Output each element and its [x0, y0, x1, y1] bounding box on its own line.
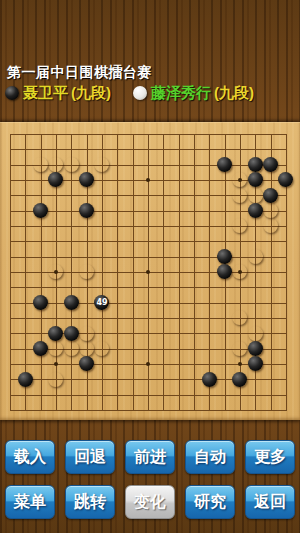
go-board[interactable]: 49 [0, 122, 300, 420]
stone-white [94, 157, 109, 172]
undo-button[interactable]: 回退 [65, 440, 115, 474]
stone-black [263, 157, 278, 172]
star-point [238, 362, 242, 366]
stone-white [248, 326, 263, 341]
stone-black [33, 295, 48, 310]
app-screen: 第一届中日围棋擂台赛 聂卫平 (九段) 藤泽秀行 (九段) 49 载入 回退 前… [0, 0, 300, 533]
stone-black [33, 341, 48, 356]
move-number-label: 49 [94, 295, 109, 310]
white-stone-icon [133, 86, 147, 100]
stone-black [248, 356, 263, 371]
black-player-rank: (九段) [71, 84, 111, 103]
stone-black [232, 372, 247, 387]
study-button[interactable]: 研究 [185, 485, 235, 519]
stone-black [79, 203, 94, 218]
star-point [146, 178, 150, 182]
stone-black [48, 172, 63, 187]
stone-white [64, 341, 79, 356]
stone-white [263, 203, 278, 218]
stone-white [232, 341, 247, 356]
players-bar: 聂卫平 (九段) 藤泽秀行 (九段) [5, 84, 254, 102]
stone-white [248, 249, 263, 264]
star-point [54, 362, 58, 366]
stone-white [232, 172, 247, 187]
stone-white [232, 310, 247, 325]
auto-button[interactable]: 自动 [185, 440, 235, 474]
stone-black [217, 264, 232, 279]
load-button[interactable]: 载入 [5, 440, 55, 474]
stone-black [33, 203, 48, 218]
more-button[interactable]: 更多 [245, 440, 295, 474]
toolbar-row-2: 菜单 跳转 变化 研究 返回 [0, 485, 300, 519]
stone-white [48, 372, 63, 387]
stone-white [263, 218, 278, 233]
stone-black [18, 372, 33, 387]
stone-black [48, 326, 63, 341]
stone-black [217, 157, 232, 172]
white-player-name: 藤泽秀行 [151, 84, 211, 103]
stone-black [79, 172, 94, 187]
stone-black [248, 203, 263, 218]
menu-button[interactable]: 菜单 [5, 485, 55, 519]
back-button[interactable]: 返回 [245, 485, 295, 519]
stone-black [278, 172, 293, 187]
stone-black [248, 157, 263, 172]
stone-black [248, 172, 263, 187]
stone-black [202, 372, 217, 387]
stone-black [217, 249, 232, 264]
match-title: 第一届中日围棋擂台赛 [7, 64, 152, 82]
black-stone-icon [5, 86, 19, 100]
stone-white [64, 157, 79, 172]
forward-button[interactable]: 前进 [125, 440, 175, 474]
stone-black [248, 341, 263, 356]
stone-white [248, 188, 263, 203]
stone-black [64, 326, 79, 341]
star-point [146, 270, 150, 274]
stone-white [33, 157, 48, 172]
stone-white [48, 341, 63, 356]
stone-white [232, 264, 247, 279]
stone-white [94, 341, 109, 356]
stone-black [64, 295, 79, 310]
stone-white [232, 218, 247, 233]
stone-white [79, 264, 94, 279]
white-player-rank: (九段) [214, 84, 254, 103]
stone-white [48, 157, 63, 172]
stone-black [79, 356, 94, 371]
stone-white [79, 326, 94, 341]
stone-black [263, 188, 278, 203]
stone-white [48, 264, 63, 279]
toolbar-row-1: 载入 回退 前进 自动 更多 [0, 440, 300, 474]
stone-white [79, 341, 94, 356]
stone-black: 49 [94, 295, 109, 310]
star-point [146, 362, 150, 366]
jump-button[interactable]: 跳转 [65, 485, 115, 519]
stone-white [232, 188, 247, 203]
black-player-name: 聂卫平 [23, 84, 68, 103]
variation-button[interactable]: 变化 [125, 485, 175, 519]
